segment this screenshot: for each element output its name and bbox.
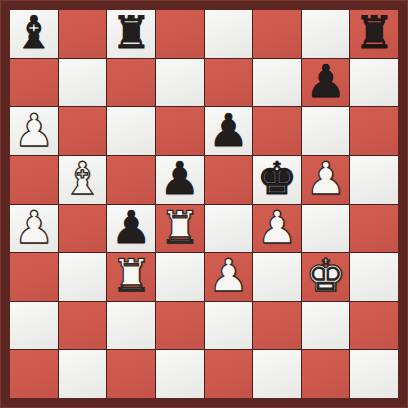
square-g2[interactable] — [302, 302, 350, 350]
square-e6[interactable]: ♟ — [205, 107, 253, 155]
square-g3[interactable]: ♚ — [302, 253, 350, 301]
square-e3[interactable]: ♟ — [205, 253, 253, 301]
square-a8[interactable]: ♝ — [10, 10, 58, 58]
square-d8[interactable] — [156, 10, 204, 58]
square-a7[interactable] — [10, 59, 58, 107]
piece-white-pawn: ♟ — [208, 253, 248, 298]
piece-white-king: ♚ — [305, 253, 345, 298]
square-g6[interactable] — [302, 107, 350, 155]
square-a5[interactable] — [10, 156, 58, 204]
piece-white-pawn: ♟ — [305, 156, 345, 201]
square-a1[interactable] — [10, 350, 58, 398]
square-b2[interactable] — [59, 302, 107, 350]
chess-diagram: ♝♜♜♟♟♟♝♟♚♟♟♟♜♟♜♟♚ — [0, 0, 408, 408]
square-e8[interactable] — [205, 10, 253, 58]
piece-black-pawn: ♟ — [305, 59, 345, 104]
piece-black-pawn: ♟ — [111, 205, 151, 250]
square-e7[interactable] — [205, 59, 253, 107]
piece-black-rook: ♜ — [111, 10, 151, 55]
chess-board: ♝♜♜♟♟♟♝♟♚♟♟♟♜♟♜♟♚ — [10, 10, 398, 398]
square-a6[interactable]: ♟ — [10, 107, 58, 155]
piece-black-king: ♚ — [257, 156, 297, 201]
square-h3[interactable] — [350, 253, 398, 301]
square-e5[interactable] — [205, 156, 253, 204]
square-f4[interactable]: ♟ — [253, 205, 301, 253]
piece-white-pawn: ♟ — [257, 205, 297, 250]
piece-black-pawn: ♟ — [160, 156, 200, 201]
square-h6[interactable] — [350, 107, 398, 155]
square-d6[interactable] — [156, 107, 204, 155]
square-c6[interactable] — [107, 107, 155, 155]
square-d4[interactable]: ♜ — [156, 205, 204, 253]
piece-white-bishop: ♝ — [62, 156, 102, 201]
square-b5[interactable]: ♝ — [59, 156, 107, 204]
square-b7[interactable] — [59, 59, 107, 107]
piece-white-rook: ♜ — [111, 253, 151, 298]
piece-white-pawn: ♟ — [14, 205, 54, 250]
square-f5[interactable]: ♚ — [253, 156, 301, 204]
square-h2[interactable] — [350, 302, 398, 350]
square-e1[interactable] — [205, 350, 253, 398]
square-a3[interactable] — [10, 253, 58, 301]
piece-black-bishop: ♝ — [14, 10, 54, 55]
piece-white-rook: ♜ — [160, 205, 200, 250]
square-g8[interactable] — [302, 10, 350, 58]
square-a4[interactable]: ♟ — [10, 205, 58, 253]
square-f3[interactable] — [253, 253, 301, 301]
square-h5[interactable] — [350, 156, 398, 204]
square-h1[interactable] — [350, 350, 398, 398]
square-e4[interactable] — [205, 205, 253, 253]
square-b6[interactable] — [59, 107, 107, 155]
piece-black-rook: ♜ — [354, 10, 394, 55]
square-b8[interactable] — [59, 10, 107, 58]
square-f7[interactable] — [253, 59, 301, 107]
square-d3[interactable] — [156, 253, 204, 301]
square-g7[interactable]: ♟ — [302, 59, 350, 107]
square-d7[interactable] — [156, 59, 204, 107]
square-a2[interactable] — [10, 302, 58, 350]
piece-white-pawn: ♟ — [14, 108, 54, 153]
square-f8[interactable] — [253, 10, 301, 58]
square-c4[interactable]: ♟ — [107, 205, 155, 253]
square-h8[interactable]: ♜ — [350, 10, 398, 58]
square-b3[interactable] — [59, 253, 107, 301]
piece-black-pawn: ♟ — [208, 108, 248, 153]
square-c5[interactable] — [107, 156, 155, 204]
square-f1[interactable] — [253, 350, 301, 398]
square-f6[interactable] — [253, 107, 301, 155]
square-g5[interactable]: ♟ — [302, 156, 350, 204]
square-c7[interactable] — [107, 59, 155, 107]
square-f2[interactable] — [253, 302, 301, 350]
square-g1[interactable] — [302, 350, 350, 398]
square-c8[interactable]: ♜ — [107, 10, 155, 58]
square-h4[interactable] — [350, 205, 398, 253]
board-frame: ♝♜♜♟♟♟♝♟♚♟♟♟♜♟♜♟♚ — [0, 0, 408, 408]
square-d1[interactable] — [156, 350, 204, 398]
square-e2[interactable] — [205, 302, 253, 350]
square-c3[interactable]: ♜ — [107, 253, 155, 301]
square-h7[interactable] — [350, 59, 398, 107]
square-b4[interactable] — [59, 205, 107, 253]
square-d2[interactable] — [156, 302, 204, 350]
square-c2[interactable] — [107, 302, 155, 350]
square-g4[interactable] — [302, 205, 350, 253]
square-d5[interactable]: ♟ — [156, 156, 204, 204]
square-b1[interactable] — [59, 350, 107, 398]
square-c1[interactable] — [107, 350, 155, 398]
